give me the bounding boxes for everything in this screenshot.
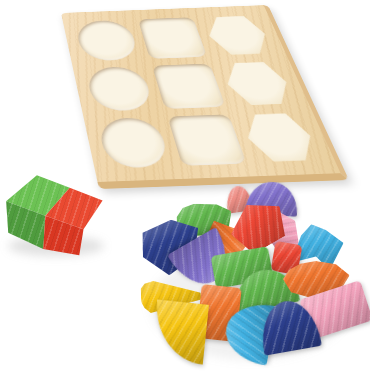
board-recess-grid bbox=[74, 15, 321, 169]
puzzle-board bbox=[61, 5, 349, 189]
product-photo-scene bbox=[0, 0, 370, 374]
board-recess-square-r3[interactable] bbox=[168, 115, 247, 166]
board-recess-hexagon-r1[interactable] bbox=[202, 15, 274, 56]
yellow-quarter-circle-piece[interactable] bbox=[151, 299, 209, 364]
board-recess-circle-r2[interactable] bbox=[85, 66, 155, 112]
board-recess-circle-r1[interactable] bbox=[74, 20, 140, 61]
board-recess-hexagon-r2[interactable] bbox=[220, 61, 297, 107]
board-recess-hexagon-r3[interactable] bbox=[239, 112, 321, 163]
board-recess-circle-r3[interactable] bbox=[97, 117, 172, 168]
board-recess-square-r2[interactable] bbox=[152, 63, 225, 109]
square-block-pair[interactable] bbox=[4, 168, 110, 258]
board-recess-square-r1[interactable] bbox=[138, 17, 207, 58]
